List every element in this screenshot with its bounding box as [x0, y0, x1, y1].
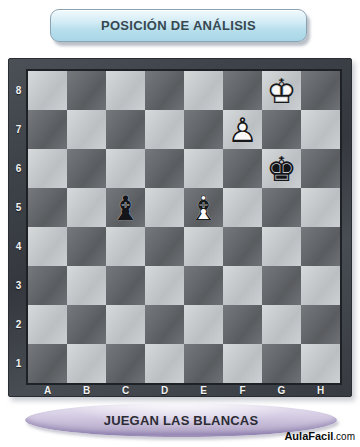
square-h5	[301, 188, 340, 227]
file-label-e: E	[184, 383, 223, 397]
square-a8	[28, 71, 67, 110]
page: POSICIÓN DE ANÁLISIS 87654321 ♚♔♟♙♚♝♝♗ A…	[0, 0, 360, 447]
file-label-g: G	[262, 383, 301, 397]
square-h2	[301, 305, 340, 344]
rank-label-5: 5	[9, 188, 28, 227]
square-d1	[145, 344, 184, 383]
white-bishop-outline: ♗	[184, 188, 223, 227]
square-g5	[262, 188, 301, 227]
rank-label-8: 8	[9, 71, 28, 110]
square-d4	[145, 227, 184, 266]
square-f5	[223, 188, 262, 227]
square-e7	[184, 110, 223, 149]
square-f2	[223, 305, 262, 344]
file-label-h: H	[301, 383, 340, 397]
square-c5: ♝	[106, 188, 145, 227]
square-g7	[262, 110, 301, 149]
square-c1	[106, 344, 145, 383]
square-h1	[301, 344, 340, 383]
square-g2	[262, 305, 301, 344]
square-d5	[145, 188, 184, 227]
turn-label: JUEGAN LAS BLANCAS	[104, 413, 259, 428]
rank-labels: 87654321	[9, 71, 28, 383]
square-f8	[223, 71, 262, 110]
square-c7	[106, 110, 145, 149]
chess-board: ♚♔♟♙♚♝♝♗	[28, 71, 340, 383]
square-g3	[262, 266, 301, 305]
square-a6	[28, 149, 67, 188]
square-b7	[67, 110, 106, 149]
page-title: POSICIÓN DE ANÁLISIS	[101, 18, 256, 33]
square-b4	[67, 227, 106, 266]
square-c8	[106, 71, 145, 110]
square-b6	[67, 149, 106, 188]
white-bishop: ♝♗	[184, 188, 223, 227]
square-e8	[184, 71, 223, 110]
square-e4	[184, 227, 223, 266]
square-g4	[262, 227, 301, 266]
white-pawn: ♟♙	[223, 110, 262, 149]
square-h7	[301, 110, 340, 149]
square-a7	[28, 110, 67, 149]
rank-label-3: 3	[9, 266, 28, 305]
brand-suffix: .com	[333, 431, 355, 442]
file-labels: ABCDEFGH	[28, 383, 340, 397]
square-a2	[28, 305, 67, 344]
square-b2	[67, 305, 106, 344]
file-label-d: D	[145, 383, 184, 397]
square-d2	[145, 305, 184, 344]
square-g1	[262, 344, 301, 383]
square-f1	[223, 344, 262, 383]
rank-label-6: 6	[9, 149, 28, 188]
square-a3	[28, 266, 67, 305]
file-label-f: F	[223, 383, 262, 397]
square-e3	[184, 266, 223, 305]
square-h3	[301, 266, 340, 305]
square-a4	[28, 227, 67, 266]
black-bishop: ♝	[106, 188, 145, 227]
square-d6	[145, 149, 184, 188]
brand-name: AulaFacil	[284, 430, 333, 442]
rank-label-7: 7	[9, 110, 28, 149]
square-a1	[28, 344, 67, 383]
square-c6	[106, 149, 145, 188]
square-c2	[106, 305, 145, 344]
square-c3	[106, 266, 145, 305]
white-pawn-outline: ♙	[223, 110, 262, 149]
square-e6	[184, 149, 223, 188]
square-g6: ♚	[262, 149, 301, 188]
white-king: ♚♔	[262, 71, 301, 110]
title-banner: POSICIÓN DE ANÁLISIS	[50, 9, 307, 42]
rank-label-2: 2	[9, 305, 28, 344]
square-f3	[223, 266, 262, 305]
black-king: ♚	[262, 149, 301, 188]
file-label-a: A	[28, 383, 67, 397]
chess-board-frame: 87654321 ♚♔♟♙♚♝♝♗ ABCDEFGH	[8, 58, 352, 397]
square-h8	[301, 71, 340, 110]
square-a5	[28, 188, 67, 227]
square-e2	[184, 305, 223, 344]
square-e5: ♝♗	[184, 188, 223, 227]
square-b8	[67, 71, 106, 110]
square-d3	[145, 266, 184, 305]
square-g8: ♚♔	[262, 71, 301, 110]
square-b3	[67, 266, 106, 305]
square-h4	[301, 227, 340, 266]
square-e1	[184, 344, 223, 383]
square-b5	[67, 188, 106, 227]
file-label-c: C	[106, 383, 145, 397]
file-label-b: B	[67, 383, 106, 397]
rank-label-4: 4	[9, 227, 28, 266]
brand-watermark: AulaFacil.com	[284, 430, 355, 442]
square-h6	[301, 149, 340, 188]
square-c4	[106, 227, 145, 266]
square-b1	[67, 344, 106, 383]
square-d8	[145, 71, 184, 110]
square-f6	[223, 149, 262, 188]
square-f7: ♟♙	[223, 110, 262, 149]
white-king-outline: ♔	[262, 71, 301, 110]
square-d7	[145, 110, 184, 149]
square-f4	[223, 227, 262, 266]
rank-label-1: 1	[9, 344, 28, 383]
